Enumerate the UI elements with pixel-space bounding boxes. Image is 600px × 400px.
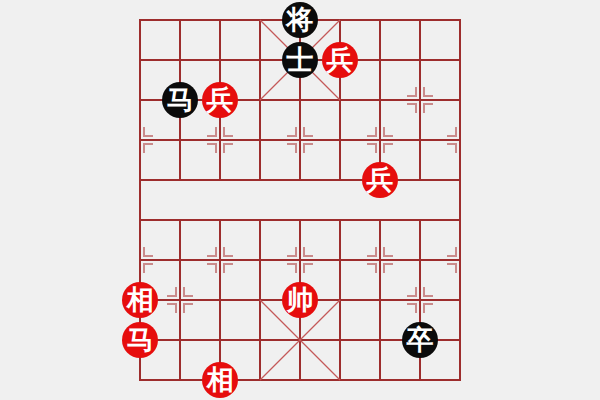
piece-glyph: 兵	[367, 162, 394, 198]
piece-glyph: 兵	[327, 42, 354, 78]
piece-glyph: 帅	[287, 282, 314, 318]
piece-red-soldier-3[interactable]: 兵	[362, 162, 398, 198]
piece-red-elephant-2[interactable]: 相	[202, 362, 238, 398]
piece-red-horse[interactable]: 马	[122, 322, 158, 358]
piece-glyph: 兵	[207, 82, 234, 118]
piece-red-soldier-1[interactable]: 兵	[322, 42, 358, 78]
piece-glyph: 卒	[407, 322, 434, 358]
piece-glyph: 将	[287, 2, 314, 38]
piece-glyph: 士	[287, 42, 314, 78]
piece-red-soldier-2[interactable]: 兵	[202, 82, 238, 118]
piece-glyph: 相	[207, 362, 234, 398]
piece-black-advisor[interactable]: 士	[282, 42, 318, 78]
piece-glyph: 马	[167, 82, 194, 118]
piece-red-general[interactable]: 帅	[282, 282, 318, 318]
pieces-grid: 将士兵马兵兵相帅马卒相	[120, 0, 480, 400]
piece-black-soldier[interactable]: 卒	[402, 322, 438, 358]
piece-glyph: 马	[127, 322, 154, 358]
piece-black-general[interactable]: 将	[282, 2, 318, 38]
xiangqi-board: 将士兵马兵兵相帅马卒相	[0, 0, 600, 400]
piece-glyph: 相	[127, 282, 154, 318]
piece-red-elephant-1[interactable]: 相	[122, 282, 158, 318]
piece-black-horse[interactable]: 马	[162, 82, 198, 118]
